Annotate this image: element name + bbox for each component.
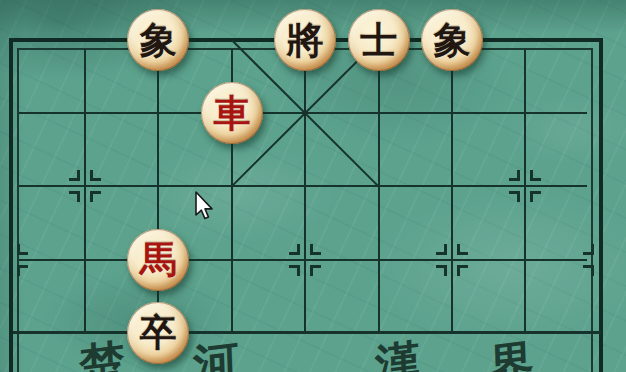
position-marker xyxy=(90,191,101,202)
position-marker xyxy=(310,265,321,276)
piece-black-elephant-left[interactable]: 象 xyxy=(127,9,189,71)
river-char-jie: 界 xyxy=(487,338,534,372)
position-marker xyxy=(17,265,28,276)
position-marker xyxy=(583,265,594,276)
position-marker xyxy=(69,191,80,202)
piece-black-elephant-right[interactable]: 象 xyxy=(421,9,483,71)
river-char-han: 漢 xyxy=(374,338,421,372)
position-marker xyxy=(17,244,28,255)
piece-character: 車 xyxy=(213,95,250,132)
piece-character: 馬 xyxy=(140,241,177,278)
position-marker xyxy=(289,265,300,276)
xiangqi-board[interactable]: 楚河漢界 象將士象車馬卒 xyxy=(0,0,626,372)
position-marker xyxy=(457,244,468,255)
position-marker xyxy=(530,170,541,181)
piece-red-horse[interactable]: 馬 xyxy=(127,229,189,291)
piece-character: 士 xyxy=(360,22,397,59)
position-marker xyxy=(457,265,468,276)
position-marker xyxy=(436,265,447,276)
position-marker xyxy=(310,244,321,255)
position-marker xyxy=(436,244,447,255)
position-marker xyxy=(90,170,101,181)
position-marker xyxy=(583,244,594,255)
xiangqi-screenshot: 楚河漢界 象將士象車馬卒 xyxy=(0,0,626,372)
piece-character: 象 xyxy=(140,22,177,59)
river-char-chu: 楚 xyxy=(78,338,125,372)
position-marker xyxy=(69,170,80,181)
position-marker xyxy=(509,191,520,202)
piece-character: 卒 xyxy=(140,314,177,351)
position-marker xyxy=(509,170,520,181)
piece-red-chariot[interactable]: 車 xyxy=(201,82,263,144)
piece-black-general[interactable]: 將 xyxy=(274,9,336,71)
piece-black-advisor[interactable]: 士 xyxy=(348,9,410,71)
position-marker xyxy=(530,191,541,202)
position-marker xyxy=(289,244,300,255)
piece-black-soldier[interactable]: 卒 xyxy=(127,302,189,364)
piece-character: 將 xyxy=(287,22,324,59)
piece-character: 象 xyxy=(433,22,470,59)
river-char-he: 河 xyxy=(192,338,239,372)
